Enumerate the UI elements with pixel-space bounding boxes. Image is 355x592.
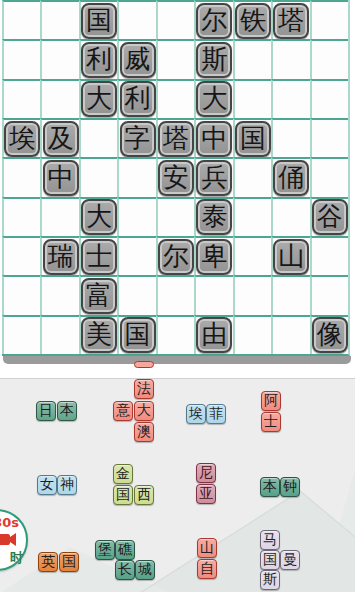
board-cell[interactable] bbox=[2, 0, 40, 39]
board-cell[interactable]: 大 bbox=[79, 79, 117, 118]
board-cell[interactable]: 字 bbox=[117, 118, 155, 157]
board-cell[interactable] bbox=[233, 79, 271, 118]
board-cell[interactable]: 塔 bbox=[271, 0, 309, 39]
puzzle-board: 国尔铁塔利威斯大利大埃及字塔中国中安兵俑大泰谷瑞士尔卑山富美国由像 bbox=[2, 0, 350, 356]
board-cell[interactable] bbox=[117, 197, 155, 236]
board-cell[interactable] bbox=[271, 118, 309, 157]
board-cell[interactable] bbox=[40, 79, 78, 118]
board-cell[interactable] bbox=[233, 157, 271, 196]
board-cell[interactable] bbox=[156, 39, 194, 78]
board-cell[interactable]: 俑 bbox=[271, 157, 309, 196]
tray-tile[interactable]: 日 bbox=[36, 401, 56, 421]
board-cell[interactable]: 瑞 bbox=[40, 236, 78, 275]
game-screen: 国尔铁塔利威斯大利大埃及字塔中国中安兵俑大泰谷瑞士尔卑山富美国由像 日本法意大澳… bbox=[0, 0, 355, 592]
tray-tile[interactable]: 大 bbox=[134, 401, 154, 421]
tray-tile[interactable]: 自 bbox=[197, 559, 217, 579]
tray-tile[interactable]: 山 bbox=[197, 538, 217, 558]
board-cell[interactable] bbox=[2, 236, 40, 275]
board-tile: 塔 bbox=[158, 121, 194, 157]
tray-tile[interactable]: 钟 bbox=[280, 477, 300, 497]
board-cell[interactable]: 由 bbox=[194, 315, 232, 354]
board-cell[interactable]: 尔 bbox=[156, 236, 194, 275]
board-tile: 瑞 bbox=[43, 239, 79, 275]
board-cell[interactable] bbox=[310, 0, 348, 39]
board-cell[interactable] bbox=[2, 79, 40, 118]
tray-tile[interactable]: 本 bbox=[260, 477, 280, 497]
board-cell[interactable]: 中 bbox=[194, 118, 232, 157]
board-tile: 由 bbox=[196, 317, 232, 353]
board-cell[interactable] bbox=[310, 236, 348, 275]
board-cell[interactable] bbox=[40, 39, 78, 78]
board-tile: 俑 bbox=[273, 160, 309, 196]
tray-tile[interactable]: 菲 bbox=[206, 404, 226, 424]
board-tile: 利 bbox=[120, 81, 156, 117]
board-cell[interactable]: 铁 bbox=[233, 0, 271, 39]
board-cell[interactable] bbox=[310, 79, 348, 118]
board-tile: 富 bbox=[81, 278, 117, 314]
board-cell[interactable]: 富 bbox=[79, 275, 117, 314]
timer-seconds-label: 30s bbox=[0, 515, 19, 530]
board-cell[interactable]: 利 bbox=[117, 79, 155, 118]
tray-tile[interactable]: 本 bbox=[57, 401, 77, 421]
tray-tile[interactable]: 西 bbox=[134, 485, 154, 505]
board-cell[interactable] bbox=[2, 275, 40, 314]
board-cell[interactable] bbox=[2, 197, 40, 236]
board-cell[interactable]: 大 bbox=[79, 197, 117, 236]
tray-tile[interactable]: 国 bbox=[113, 485, 133, 505]
board-cell[interactable]: 利 bbox=[79, 39, 117, 78]
board-cell[interactable] bbox=[310, 157, 348, 196]
board-cell[interactable] bbox=[310, 39, 348, 78]
board-cell[interactable]: 国 bbox=[79, 0, 117, 39]
board-tile: 大 bbox=[81, 199, 117, 235]
board-cell[interactable]: 斯 bbox=[194, 39, 232, 78]
board-tile: 谷 bbox=[312, 199, 348, 235]
board-cell[interactable] bbox=[79, 118, 117, 157]
board-cell[interactable] bbox=[2, 157, 40, 196]
board-tile: 尔 bbox=[158, 239, 194, 275]
board-cell[interactable] bbox=[117, 0, 155, 39]
board-tile: 威 bbox=[120, 42, 156, 78]
tray-tile[interactable]: 礁 bbox=[115, 540, 135, 560]
board-cell[interactable] bbox=[156, 197, 194, 236]
board-cell[interactable] bbox=[117, 275, 155, 314]
tray-tile[interactable]: 意 bbox=[113, 401, 133, 421]
board-cell[interactable] bbox=[40, 0, 78, 39]
board-tile: 埃 bbox=[4, 121, 40, 157]
board-tile: 士 bbox=[81, 239, 117, 275]
tray-tile[interactable]: 斯 bbox=[260, 570, 280, 590]
board-cell[interactable] bbox=[233, 275, 271, 314]
tray-tile[interactable]: 士 bbox=[261, 412, 281, 432]
board-tile: 国 bbox=[81, 3, 117, 39]
tray-tile[interactable]: 国 bbox=[260, 550, 280, 570]
tray-tile[interactable]: 堡 bbox=[95, 540, 115, 560]
board-cell[interactable]: 泰 bbox=[194, 197, 232, 236]
board-cell[interactable] bbox=[271, 197, 309, 236]
board-cell[interactable] bbox=[233, 315, 271, 354]
board-tile: 美 bbox=[81, 317, 117, 353]
board-cell[interactable]: 威 bbox=[117, 39, 155, 78]
tray-tile[interactable]: 金 bbox=[113, 464, 133, 484]
board-cell[interactable] bbox=[40, 275, 78, 314]
tray-tile[interactable]: 城 bbox=[135, 560, 155, 580]
board-cell[interactable] bbox=[2, 39, 40, 78]
board-cell[interactable]: 塔 bbox=[156, 118, 194, 157]
board-tile: 国 bbox=[235, 121, 271, 157]
tray-tile[interactable]: 长 bbox=[115, 560, 135, 580]
tile-tray-area: 日本法意大澳埃菲阿士女神金国西尼亚本钟英国堡礁长城山自马国曼斯 bbox=[0, 378, 355, 592]
tray-tile[interactable]: 法 bbox=[134, 379, 154, 399]
board-cell[interactable] bbox=[156, 315, 194, 354]
board-tile: 像 bbox=[312, 317, 348, 353]
board-tile: 斯 bbox=[196, 42, 232, 78]
board-cell[interactable] bbox=[310, 118, 348, 157]
board-cell[interactable]: 士 bbox=[79, 236, 117, 275]
board-tile: 大 bbox=[81, 81, 117, 117]
board-cell[interactable] bbox=[117, 157, 155, 196]
board-tile: 兵 bbox=[196, 160, 232, 196]
board-cell[interactable] bbox=[271, 39, 309, 78]
board-cell[interactable]: 埃 bbox=[2, 118, 40, 157]
board-tile: 尔 bbox=[196, 3, 232, 39]
board-cell[interactable]: 尔 bbox=[194, 0, 232, 39]
board-cell[interactable]: 谷 bbox=[310, 197, 348, 236]
board-cell[interactable]: 大 bbox=[194, 79, 232, 118]
board-cell[interactable]: 安 bbox=[156, 157, 194, 196]
board-cell[interactable] bbox=[233, 236, 271, 275]
board-cell[interactable] bbox=[194, 275, 232, 314]
board-tile: 卑 bbox=[196, 239, 232, 275]
tray-tile[interactable]: 亚 bbox=[196, 484, 216, 504]
board-cell[interactable] bbox=[271, 79, 309, 118]
board-cell[interactable]: 美 bbox=[79, 315, 117, 354]
board-cell[interactable]: 国 bbox=[117, 315, 155, 354]
board-cell[interactable] bbox=[156, 0, 194, 39]
tray-tile[interactable]: 英 bbox=[38, 552, 58, 572]
tray-tile[interactable]: 神 bbox=[57, 475, 77, 495]
board-cell[interactable] bbox=[40, 197, 78, 236]
board-tile: 铁 bbox=[235, 3, 271, 39]
board-cell[interactable] bbox=[310, 275, 348, 314]
tray-tile-fragment[interactable] bbox=[134, 361, 154, 368]
board-cell[interactable]: 中 bbox=[40, 157, 78, 196]
board-cell[interactable] bbox=[271, 315, 309, 354]
tray-tile[interactable]: 澳 bbox=[134, 422, 154, 442]
board-bottom-shadow bbox=[3, 356, 351, 364]
tray-tile[interactable]: 阿 bbox=[261, 391, 281, 411]
tray-tile[interactable]: 埃 bbox=[186, 404, 206, 424]
tray-tile[interactable]: 国 bbox=[59, 552, 79, 572]
board-cell[interactable]: 像 bbox=[310, 315, 348, 354]
board-tile: 泰 bbox=[196, 199, 232, 235]
board-cell[interactable] bbox=[156, 79, 194, 118]
tray-tile[interactable]: 马 bbox=[260, 530, 280, 550]
board-cell[interactable]: 及 bbox=[40, 118, 78, 157]
board-cell[interactable] bbox=[2, 315, 40, 354]
board-tile: 中 bbox=[43, 160, 79, 196]
board-tile: 国 bbox=[120, 317, 156, 353]
tray-tile[interactable]: 曼 bbox=[280, 550, 300, 570]
board-tile: 塔 bbox=[273, 3, 309, 39]
board-cell[interactable] bbox=[233, 197, 271, 236]
board-cell[interactable]: 国 bbox=[233, 118, 271, 157]
board-tile: 山 bbox=[273, 239, 309, 275]
board-cell[interactable] bbox=[79, 157, 117, 196]
board-cell[interactable]: 山 bbox=[271, 236, 309, 275]
board-cell[interactable] bbox=[271, 275, 309, 314]
board-tile: 利 bbox=[81, 42, 117, 78]
board-cell[interactable] bbox=[233, 39, 271, 78]
board-cell[interactable]: 卑 bbox=[194, 236, 232, 275]
board-tile: 大 bbox=[196, 81, 232, 117]
board-cell[interactable] bbox=[156, 275, 194, 314]
board-cell[interactable] bbox=[117, 236, 155, 275]
board-tile: 及 bbox=[43, 121, 79, 157]
board-tile: 安 bbox=[158, 160, 194, 196]
timer-shi-label: 时 bbox=[10, 549, 23, 567]
tray-tile[interactable]: 尼 bbox=[196, 463, 216, 483]
board-cell[interactable] bbox=[40, 315, 78, 354]
board-tile: 中 bbox=[196, 121, 232, 157]
board-cell[interactable]: 兵 bbox=[194, 157, 232, 196]
tray-tile[interactable]: 女 bbox=[37, 475, 57, 495]
board-tile: 字 bbox=[120, 121, 156, 157]
